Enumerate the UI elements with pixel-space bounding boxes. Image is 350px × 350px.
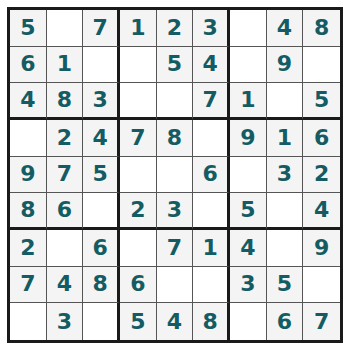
cell-r1c6: 3 bbox=[193, 10, 230, 47]
cell-r7c9: 9 bbox=[303, 230, 340, 267]
cell-r7c5: 7 bbox=[157, 230, 194, 267]
cell-r7c7: 4 bbox=[230, 230, 267, 267]
cell-r8c2: 4 bbox=[47, 267, 84, 304]
cell-r3c6: 7 bbox=[193, 83, 230, 120]
cell-r8c1: 7 bbox=[10, 267, 47, 304]
cell-r4c5: 8 bbox=[157, 120, 194, 157]
cell-r5c5[interactable] bbox=[157, 157, 194, 194]
cell-r9c7[interactable] bbox=[230, 303, 267, 340]
cell-r3c3: 3 bbox=[83, 83, 120, 120]
cell-r6c8[interactable] bbox=[267, 193, 304, 230]
cell-r1c4: 1 bbox=[120, 10, 157, 47]
cell-r2c5: 5 bbox=[157, 47, 194, 84]
cell-r7c8[interactable] bbox=[267, 230, 304, 267]
cell-r7c2[interactable] bbox=[47, 230, 84, 267]
cell-r2c7[interactable] bbox=[230, 47, 267, 84]
sudoku-board: 5712348615494837152478916975632862354267… bbox=[7, 7, 343, 343]
cell-r4c7: 9 bbox=[230, 120, 267, 157]
cell-r9c9: 7 bbox=[303, 303, 340, 340]
cell-r1c8: 4 bbox=[267, 10, 304, 47]
cell-r6c2: 6 bbox=[47, 193, 84, 230]
cell-r5c2: 7 bbox=[47, 157, 84, 194]
cell-r8c6[interactable] bbox=[193, 267, 230, 304]
cell-r4c4: 7 bbox=[120, 120, 157, 157]
cell-r2c6: 4 bbox=[193, 47, 230, 84]
cell-r4c2: 2 bbox=[47, 120, 84, 157]
cell-r8c3: 8 bbox=[83, 267, 120, 304]
cell-r5c3: 5 bbox=[83, 157, 120, 194]
cell-r4c9: 6 bbox=[303, 120, 340, 157]
cell-r9c4: 5 bbox=[120, 303, 157, 340]
cell-r3c4[interactable] bbox=[120, 83, 157, 120]
cell-r9c3[interactable] bbox=[83, 303, 120, 340]
cell-r7c1: 2 bbox=[10, 230, 47, 267]
cell-r2c2: 1 bbox=[47, 47, 84, 84]
cell-r3c8[interactable] bbox=[267, 83, 304, 120]
cell-r2c4[interactable] bbox=[120, 47, 157, 84]
cell-r5c4[interactable] bbox=[120, 157, 157, 194]
cell-r9c5: 4 bbox=[157, 303, 194, 340]
cell-r7c3: 6 bbox=[83, 230, 120, 267]
cell-r1c5: 2 bbox=[157, 10, 194, 47]
cell-r9c1[interactable] bbox=[10, 303, 47, 340]
cell-r3c5[interactable] bbox=[157, 83, 194, 120]
cell-r2c9[interactable] bbox=[303, 47, 340, 84]
cell-r8c4: 6 bbox=[120, 267, 157, 304]
cell-r4c3: 4 bbox=[83, 120, 120, 157]
cell-r5c8: 3 bbox=[267, 157, 304, 194]
cell-r1c7[interactable] bbox=[230, 10, 267, 47]
cell-r5c9: 2 bbox=[303, 157, 340, 194]
cell-r8c5[interactable] bbox=[157, 267, 194, 304]
cell-r9c2: 3 bbox=[47, 303, 84, 340]
cell-r8c8: 5 bbox=[267, 267, 304, 304]
cell-r9c6: 8 bbox=[193, 303, 230, 340]
cell-r2c3[interactable] bbox=[83, 47, 120, 84]
cell-r6c4: 2 bbox=[120, 193, 157, 230]
cell-r4c6[interactable] bbox=[193, 120, 230, 157]
cell-r6c5: 3 bbox=[157, 193, 194, 230]
cell-r8c9[interactable] bbox=[303, 267, 340, 304]
cell-r5c1: 9 bbox=[10, 157, 47, 194]
cell-r1c1: 5 bbox=[10, 10, 47, 47]
cell-r3c9: 5 bbox=[303, 83, 340, 120]
cell-r6c9: 4 bbox=[303, 193, 340, 230]
cell-r4c8: 1 bbox=[267, 120, 304, 157]
cell-r2c1: 6 bbox=[10, 47, 47, 84]
cell-r5c6: 6 bbox=[193, 157, 230, 194]
cell-r6c6[interactable] bbox=[193, 193, 230, 230]
cell-r4c1[interactable] bbox=[10, 120, 47, 157]
cell-r8c7: 3 bbox=[230, 267, 267, 304]
cell-r3c1: 4 bbox=[10, 83, 47, 120]
cell-r7c6: 1 bbox=[193, 230, 230, 267]
cell-r3c7: 1 bbox=[230, 83, 267, 120]
cell-r1c9: 8 bbox=[303, 10, 340, 47]
cell-r6c1: 8 bbox=[10, 193, 47, 230]
cell-r2c8: 9 bbox=[267, 47, 304, 84]
cell-r1c3: 7 bbox=[83, 10, 120, 47]
cell-r7c4[interactable] bbox=[120, 230, 157, 267]
cell-r6c7: 5 bbox=[230, 193, 267, 230]
cell-r9c8: 6 bbox=[267, 303, 304, 340]
cell-r5c7[interactable] bbox=[230, 157, 267, 194]
cell-r6c3[interactable] bbox=[83, 193, 120, 230]
cell-r3c2: 8 bbox=[47, 83, 84, 120]
cell-r1c2[interactable] bbox=[47, 10, 84, 47]
